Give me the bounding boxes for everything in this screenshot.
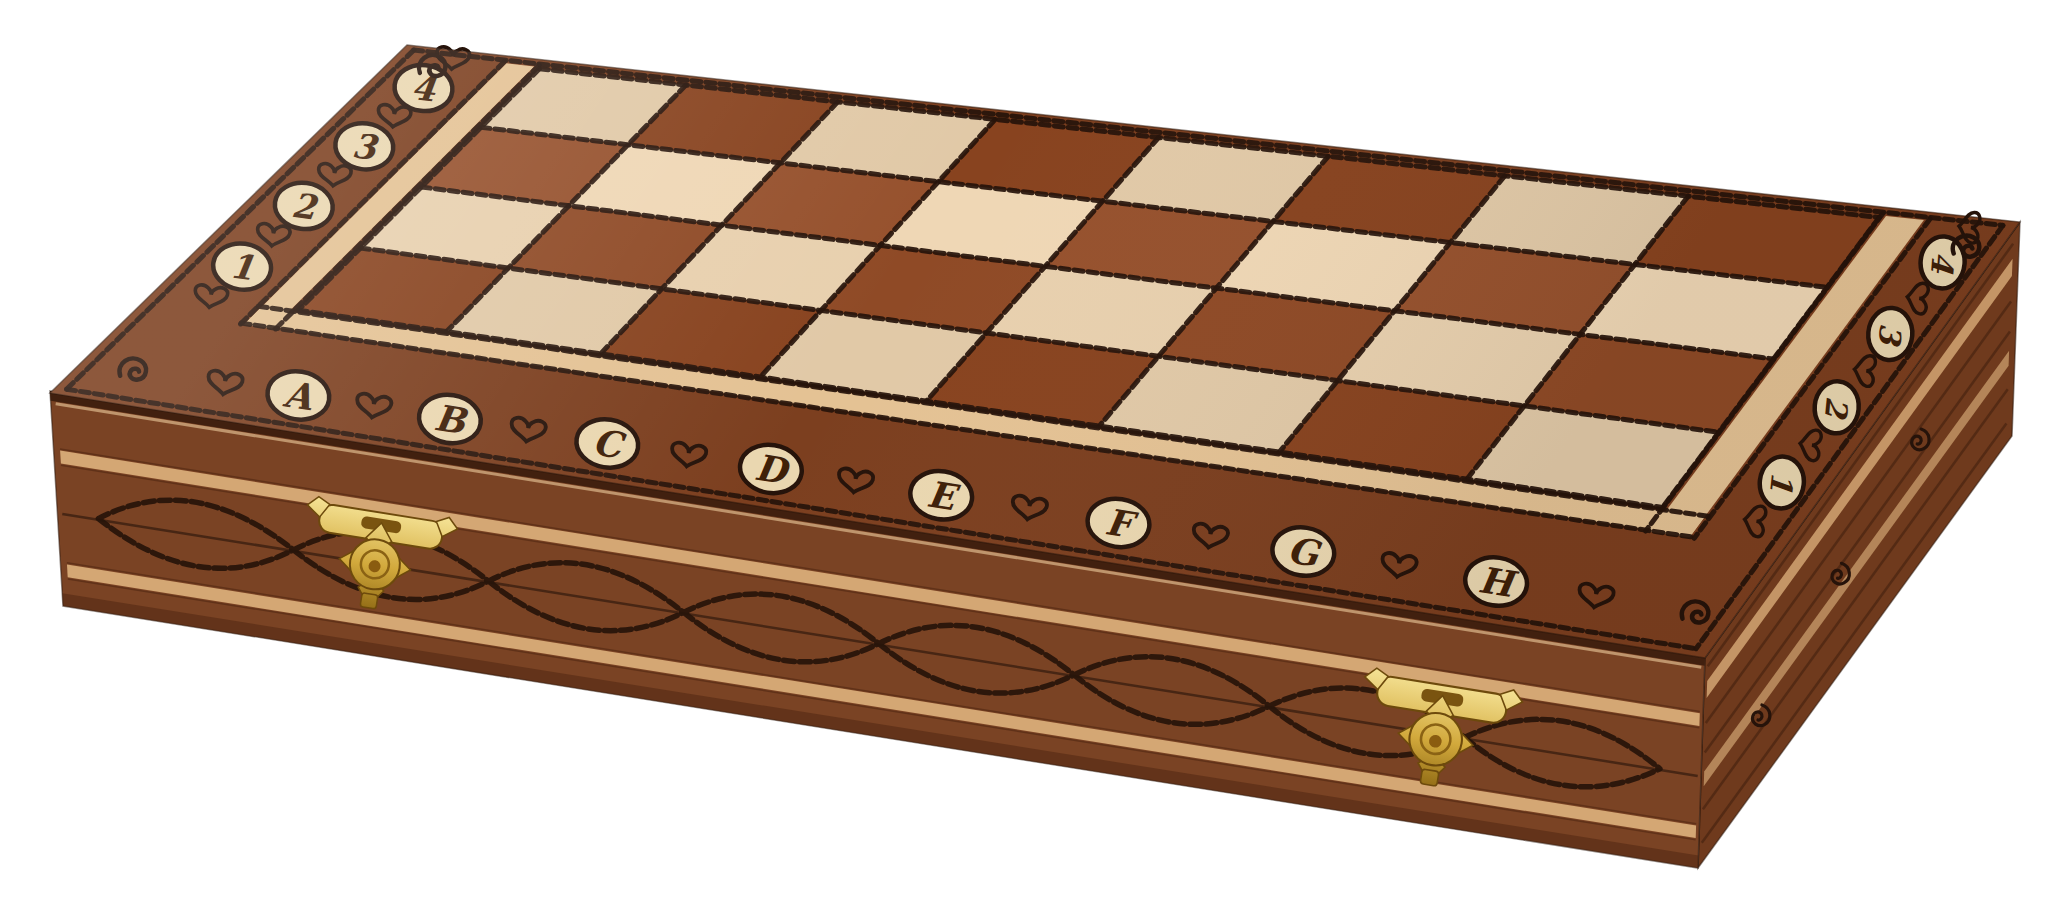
chess-box-photo: ABCDEFGH43214321 (0, 0, 2048, 914)
product-photo-stage: ABCDEFGH43214321 (0, 0, 2048, 914)
chess-box: ABCDEFGH43214321 (50, 45, 2020, 868)
